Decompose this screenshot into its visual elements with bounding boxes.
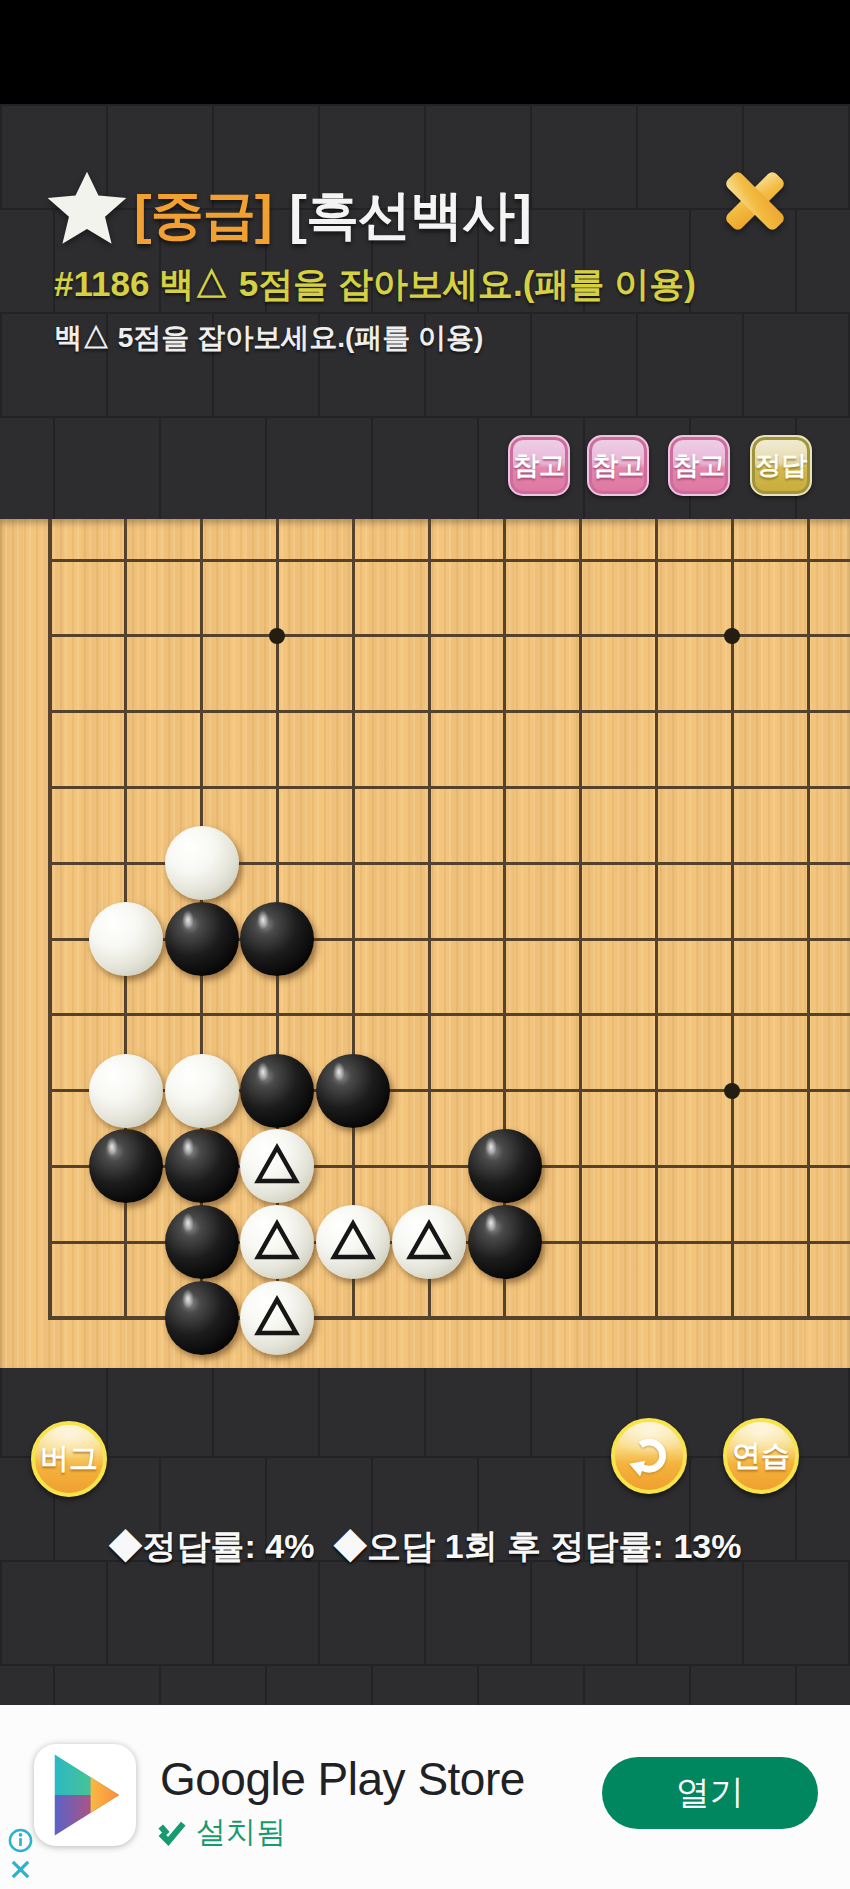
triangle-mark [240,1205,314,1279]
triangle-mark [240,1281,314,1355]
ad-app-name[interactable]: Google Play Store [160,1752,525,1806]
problem-title: #1186 백△ 5점을 잡아보세요.(패를 이용) [54,261,696,308]
check-icon [157,1818,187,1848]
status-bar [0,0,850,104]
stone-white-triangled[interactable] [240,1129,314,1203]
star-point [724,1083,740,1099]
app-screen: [중급] [흑선백사] #1186 백△ 5점을 잡아보세요.(패를 이용) 백… [0,0,850,1889]
close-icon[interactable] [722,168,788,246]
grid-line-horizontal [48,786,850,789]
go-board[interactable] [0,519,850,1368]
problem-type-tag: [흑선백사] [289,180,530,252]
level-tag: [중급] [134,180,271,252]
grid-line-horizontal [48,1013,850,1016]
hint-button-2[interactable]: 참고 [587,435,649,496]
stone-white[interactable] [165,826,239,900]
grid-line-vertical [428,519,431,1320]
grid-line-horizontal [48,710,850,713]
stone-white-triangled[interactable] [240,1205,314,1279]
stone-white[interactable] [165,1054,239,1128]
stone-black[interactable] [240,1054,314,1128]
grid-line-vertical [352,519,355,1320]
installed-label: 설치됨 [196,1812,286,1853]
google-play-icon[interactable] [34,1744,136,1846]
triangle-mark [392,1205,466,1279]
stone-black[interactable] [165,1205,239,1279]
grid-line-vertical [655,519,658,1320]
grid-line-vertical [48,519,52,1320]
problem-subtitle: 백△ 5점을 잡아보세요.(패를 이용) [54,319,483,357]
retry-button[interactable] [611,1418,687,1494]
circular-arrow-icon [626,1433,672,1479]
favorite-star-icon[interactable] [46,170,128,246]
ad-close-icon[interactable] [9,1858,32,1881]
hint-button-3[interactable]: 참고 [668,435,730,496]
stone-white-triangled[interactable] [316,1205,390,1279]
installed-status: 설치됨 [157,1812,286,1853]
stone-white[interactable] [89,1054,163,1128]
answer-button[interactable]: 정답 [750,435,812,496]
stone-white-triangled[interactable] [392,1205,466,1279]
stone-black[interactable] [165,1129,239,1203]
triangle-mark [316,1205,390,1279]
stone-black[interactable] [165,1281,239,1355]
triangle-mark [240,1129,314,1203]
stone-black[interactable] [316,1054,390,1128]
stone-white[interactable] [89,902,163,976]
grid-line-vertical [579,519,582,1320]
hint-button-1[interactable]: 참고 [508,435,570,496]
stone-black[interactable] [165,902,239,976]
stone-black[interactable] [468,1205,542,1279]
grid-line-vertical [807,519,810,1320]
stone-white-triangled[interactable] [240,1281,314,1355]
grid-line-horizontal [48,559,850,562]
open-app-button[interactable]: 열기 [602,1757,818,1829]
stone-black[interactable] [89,1129,163,1203]
star-point [269,628,285,644]
bug-button[interactable]: 버그 [31,1421,107,1497]
stone-black[interactable] [240,902,314,976]
ad-info-icon[interactable] [8,1828,33,1853]
page-title: [중급] [흑선백사] [134,180,531,252]
stone-black[interactable] [468,1129,542,1203]
answer-rate-stats: ◆정답률: 4% ◆오답 1회 후 정답률: 13% [0,1524,850,1570]
star-point [724,628,740,644]
practice-button[interactable]: 연습 [723,1418,799,1494]
